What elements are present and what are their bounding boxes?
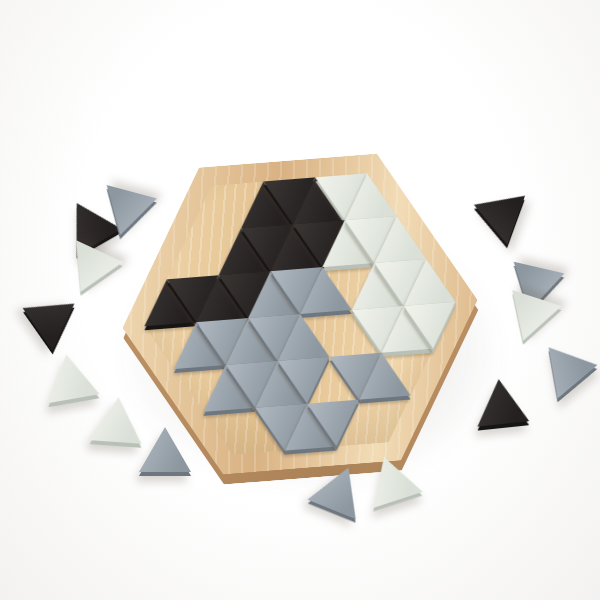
piece-top-face (278, 357, 333, 406)
board-cell-gray-r6c5[interactable] (307, 400, 362, 449)
loose-piece-white[interactable] (89, 395, 144, 444)
loose-piece-black[interactable] (473, 376, 529, 426)
piece-top-face (274, 312, 329, 361)
piece-top-face (89, 395, 144, 444)
piece-top-face (341, 171, 396, 220)
board-cell-white-r2c9[interactable] (371, 214, 426, 263)
piece-top-face (400, 257, 455, 306)
board-cell-white-r3c11[interactable] (400, 257, 455, 306)
piece-top-face (404, 302, 459, 351)
piece-top-face (23, 282, 90, 350)
board-cell-white-r4c11[interactable] (404, 302, 459, 351)
loose-piece-black[interactable] (465, 180, 525, 244)
board-grid (134, 167, 466, 461)
board-cell-gray-r5c8[interactable] (355, 351, 410, 400)
piece-top-face (296, 265, 351, 314)
piece-top-face (40, 350, 99, 403)
loose-piece-black[interactable] (23, 282, 90, 350)
board-cell-gray-r5c5[interactable] (278, 357, 333, 406)
loose-piece-gray[interactable] (139, 427, 191, 472)
piece-top-face (371, 214, 426, 263)
board-cell-white-r1c7[interactable] (341, 171, 396, 220)
piece-top-face (473, 376, 529, 426)
board-cell-gray-r3c7[interactable] (296, 265, 351, 314)
piece-top-face (355, 351, 410, 400)
loose-piece-white[interactable] (40, 350, 99, 403)
board-cell-gray-r4c6[interactable] (274, 312, 329, 361)
piece-top-face (465, 180, 525, 244)
piece-top-face (307, 400, 362, 449)
puzzle-scene (0, 0, 600, 600)
piece-top-face (139, 427, 191, 472)
